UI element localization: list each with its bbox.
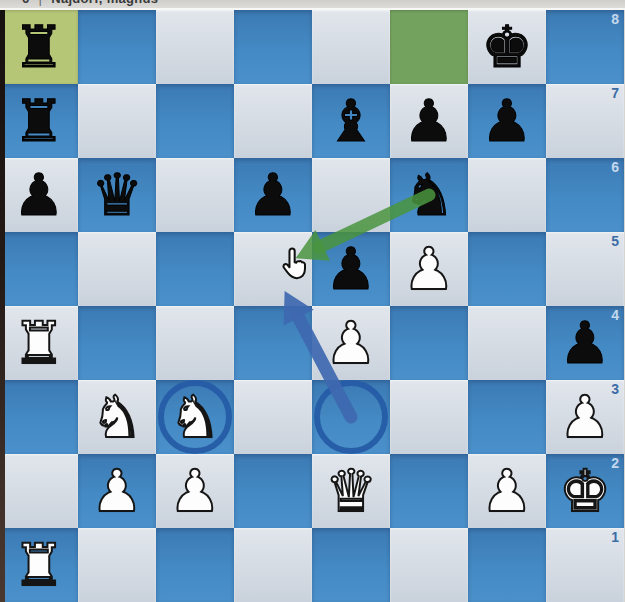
- square-g2[interactable]: ♟: [468, 454, 546, 528]
- rank-label-2: 2: [611, 456, 619, 470]
- square-g8[interactable]: ♚: [468, 10, 546, 84]
- square-b1[interactable]: [78, 528, 156, 602]
- square-g5[interactable]: [468, 232, 546, 306]
- square-e6[interactable]: [312, 158, 390, 232]
- black-pawn-piece[interactable]: ♟: [325, 232, 377, 306]
- white-knight-piece[interactable]: ♞: [91, 380, 143, 454]
- white-pawn-piece[interactable]: ♟: [325, 306, 377, 380]
- white-pawn-piece[interactable]: ♟: [481, 454, 533, 528]
- black-pawn-piece[interactable]: ♟: [481, 84, 533, 158]
- white-queen-piece[interactable]: ♛: [325, 454, 377, 528]
- white-pawn-piece[interactable]: ♟: [559, 380, 611, 454]
- square-h7[interactable]: 7: [546, 84, 624, 158]
- square-d4[interactable]: [234, 306, 312, 380]
- square-g1[interactable]: [468, 528, 546, 602]
- square-e8[interactable]: [312, 10, 390, 84]
- rank-label-8: 8: [611, 12, 619, 26]
- white-knight-piece[interactable]: ♞: [169, 380, 221, 454]
- square-e2[interactable]: ♛: [312, 454, 390, 528]
- square-f1[interactable]: [390, 528, 468, 602]
- square-h6[interactable]: 6: [546, 158, 624, 232]
- square-e7[interactable]: ♝: [312, 84, 390, 158]
- rank-label-7: 7: [611, 86, 619, 100]
- rank-label-1: 1: [611, 530, 619, 544]
- square-d2[interactable]: [234, 454, 312, 528]
- square-c3[interactable]: ♞: [156, 380, 234, 454]
- square-d3[interactable]: [234, 380, 312, 454]
- square-f5[interactable]: ♟: [390, 232, 468, 306]
- square-b7[interactable]: [78, 84, 156, 158]
- square-b6[interactable]: ♛: [78, 158, 156, 232]
- title-bar-move-number: 6: [22, 0, 30, 6]
- square-g4[interactable]: [468, 306, 546, 380]
- square-d6[interactable]: ♟: [234, 158, 312, 232]
- title-bar-divider: |: [39, 0, 43, 6]
- title-bar-text: Najdorf, magnus: [51, 0, 158, 6]
- square-d1[interactable]: [234, 528, 312, 602]
- square-f7[interactable]: ♟: [390, 84, 468, 158]
- white-pawn-piece[interactable]: ♟: [403, 232, 455, 306]
- black-pawn-piece[interactable]: ♟: [247, 158, 299, 232]
- white-pawn-piece[interactable]: ♟: [91, 454, 143, 528]
- square-e3[interactable]: [312, 380, 390, 454]
- square-f8[interactable]: [390, 10, 468, 84]
- black-pawn-piece[interactable]: ♟: [403, 84, 455, 158]
- black-knight-piece[interactable]: ♞: [403, 158, 455, 232]
- square-h4[interactable]: ♟4: [546, 306, 624, 380]
- square-a6[interactable]: ♟: [0, 158, 78, 232]
- rank-label-6: 6: [611, 160, 619, 174]
- white-rook-piece[interactable]: ♜: [13, 528, 65, 602]
- square-g3[interactable]: [468, 380, 546, 454]
- square-d7[interactable]: [234, 84, 312, 158]
- square-e5[interactable]: ♟: [312, 232, 390, 306]
- video-edge-strip: [0, 10, 5, 602]
- square-h5[interactable]: 5: [546, 232, 624, 306]
- clipped-title-bar: 6|Najdorf, magnus: [0, 0, 625, 10]
- square-a3[interactable]: [0, 380, 78, 454]
- rank-label-5: 5: [611, 234, 619, 248]
- square-f4[interactable]: [390, 306, 468, 380]
- square-b2[interactable]: ♟: [78, 454, 156, 528]
- square-e1[interactable]: [312, 528, 390, 602]
- square-c2[interactable]: ♟: [156, 454, 234, 528]
- board: ♜♚8♜♝♟♟7♟♛♟♞6♟♟5♜♟♟4♞♞♟3♟♟♛♟♚2♜1: [0, 10, 624, 602]
- square-b4[interactable]: [78, 306, 156, 380]
- white-rook-piece[interactable]: ♜: [13, 306, 65, 380]
- black-pawn-piece[interactable]: ♟: [559, 306, 611, 380]
- rank-label-3: 3: [611, 382, 619, 396]
- square-a7[interactable]: ♜: [0, 84, 78, 158]
- square-b8[interactable]: [78, 10, 156, 84]
- black-pawn-piece[interactable]: ♟: [13, 158, 65, 232]
- square-a5[interactable]: [0, 232, 78, 306]
- square-g6[interactable]: [468, 158, 546, 232]
- square-h8[interactable]: 8: [546, 10, 624, 84]
- square-f3[interactable]: [390, 380, 468, 454]
- square-c4[interactable]: [156, 306, 234, 380]
- black-rook-piece[interactable]: ♜: [13, 84, 65, 158]
- black-bishop-piece[interactable]: ♝: [325, 84, 377, 158]
- black-king-piece[interactable]: ♚: [481, 10, 533, 84]
- square-g7[interactable]: ♟: [468, 84, 546, 158]
- square-a8[interactable]: ♜: [0, 10, 78, 84]
- square-d5[interactable]: [234, 232, 312, 306]
- square-a1[interactable]: ♜: [0, 528, 78, 602]
- rank-label-4: 4: [611, 308, 619, 322]
- square-c7[interactable]: [156, 84, 234, 158]
- square-a4[interactable]: ♜: [0, 306, 78, 380]
- white-king-piece[interactable]: ♚: [559, 454, 611, 528]
- square-a2[interactable]: [0, 454, 78, 528]
- black-queen-piece[interactable]: ♛: [91, 158, 143, 232]
- square-b5[interactable]: [78, 232, 156, 306]
- square-b3[interactable]: ♞: [78, 380, 156, 454]
- square-c8[interactable]: [156, 10, 234, 84]
- square-f2[interactable]: [390, 454, 468, 528]
- black-rook-piece[interactable]: ♜: [13, 10, 65, 84]
- white-pawn-piece[interactable]: ♟: [169, 454, 221, 528]
- square-f6[interactable]: ♞: [390, 158, 468, 232]
- square-d8[interactable]: [234, 10, 312, 84]
- square-c1[interactable]: [156, 528, 234, 602]
- square-c6[interactable]: [156, 158, 234, 232]
- square-c5[interactable]: [156, 232, 234, 306]
- square-e4[interactable]: ♟: [312, 306, 390, 380]
- square-h3[interactable]: ♟3: [546, 380, 624, 454]
- square-h1[interactable]: 1: [546, 528, 624, 602]
- square-h2[interactable]: ♚2: [546, 454, 624, 528]
